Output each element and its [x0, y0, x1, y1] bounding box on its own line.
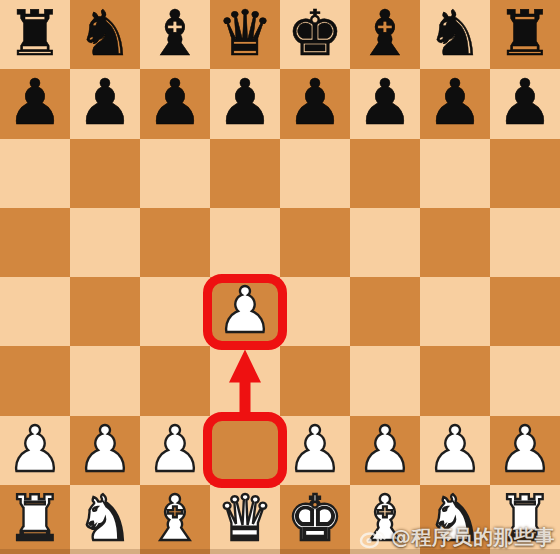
square-g2[interactable]: ♟: [420, 416, 490, 485]
square-g4[interactable]: [420, 277, 490, 346]
square-g5[interactable]: [420, 208, 490, 277]
square-a1[interactable]: ♜: [0, 485, 70, 554]
square-d5[interactable]: [210, 208, 280, 277]
square-f2[interactable]: ♟: [350, 416, 420, 485]
square-e6[interactable]: [280, 139, 350, 208]
square-h3[interactable]: [490, 346, 560, 415]
piece-wN-b1[interactable]: ♞: [77, 487, 133, 550]
piece-bP-g7[interactable]: ♟: [427, 71, 483, 134]
square-c7[interactable]: ♟: [140, 69, 210, 138]
piece-bP-d7[interactable]: ♟: [217, 71, 273, 134]
square-e1[interactable]: ♚: [280, 485, 350, 554]
square-d3[interactable]: [210, 346, 280, 415]
square-d6[interactable]: [210, 139, 280, 208]
square-c3[interactable]: [140, 346, 210, 415]
piece-bP-b7[interactable]: ♟: [77, 71, 133, 134]
square-d7[interactable]: ♟: [210, 69, 280, 138]
square-a2[interactable]: ♟: [0, 416, 70, 485]
square-f1[interactable]: ♝: [350, 485, 420, 554]
square-g8[interactable]: ♞: [420, 0, 490, 69]
square-e3[interactable]: [280, 346, 350, 415]
square-h6[interactable]: [490, 139, 560, 208]
square-a3[interactable]: [0, 346, 70, 415]
square-c4[interactable]: [140, 277, 210, 346]
piece-wP-f2[interactable]: ♟: [357, 418, 413, 481]
square-c1[interactable]: ♝: [140, 485, 210, 554]
square-e2[interactable]: ♟: [280, 416, 350, 485]
square-h5[interactable]: [490, 208, 560, 277]
square-d8[interactable]: ♛: [210, 0, 280, 69]
piece-wK-e1[interactable]: ♚: [287, 487, 343, 550]
square-h4[interactable]: [490, 277, 560, 346]
piece-bP-e7[interactable]: ♟: [287, 71, 343, 134]
piece-bP-h7[interactable]: ♟: [497, 71, 553, 134]
square-e4[interactable]: [280, 277, 350, 346]
square-a5[interactable]: [0, 208, 70, 277]
square-c8[interactable]: ♝: [140, 0, 210, 69]
piece-wP-g2[interactable]: ♟: [427, 418, 483, 481]
chess-board[interactable]: ♜♞♝♛♚♝♞♜♟♟♟♟♟♟♟♟♟♟♟♟♟♟♟♟♜♞♝♛♚♝♞♜: [0, 0, 560, 554]
piece-wN-g1[interactable]: ♞: [427, 487, 483, 550]
piece-bP-c7[interactable]: ♟: [147, 71, 203, 134]
chessboard-screenshot: ♜♞♝♛♚♝♞♜♟♟♟♟♟♟♟♟♟♟♟♟♟♟♟♟♜♞♝♛♚♝♞♜ @程序员的那些…: [0, 0, 560, 554]
square-b3[interactable]: [70, 346, 140, 415]
piece-bR-h8[interactable]: ♜: [497, 2, 553, 65]
piece-wB-c1[interactable]: ♝: [147, 487, 203, 550]
piece-bK-e8[interactable]: ♚: [287, 2, 343, 65]
square-e8[interactable]: ♚: [280, 0, 350, 69]
square-h7[interactable]: ♟: [490, 69, 560, 138]
square-c5[interactable]: [140, 208, 210, 277]
piece-bQ-d8[interactable]: ♛: [217, 2, 273, 65]
square-g3[interactable]: [420, 346, 490, 415]
square-a6[interactable]: [0, 139, 70, 208]
square-g7[interactable]: ♟: [420, 69, 490, 138]
square-b8[interactable]: ♞: [70, 0, 140, 69]
piece-wP-d4[interactable]: ♟: [217, 279, 273, 342]
piece-wP-b2[interactable]: ♟: [77, 418, 133, 481]
square-h1[interactable]: ♜: [490, 485, 560, 554]
square-h2[interactable]: ♟: [490, 416, 560, 485]
square-g6[interactable]: [420, 139, 490, 208]
piece-bP-a7[interactable]: ♟: [7, 71, 63, 134]
square-f5[interactable]: [350, 208, 420, 277]
piece-bR-a8[interactable]: ♜: [7, 2, 63, 65]
piece-wQ-d1[interactable]: ♛: [217, 487, 273, 550]
square-b1[interactable]: ♞: [70, 485, 140, 554]
square-b6[interactable]: [70, 139, 140, 208]
square-e7[interactable]: ♟: [280, 69, 350, 138]
square-f8[interactable]: ♝: [350, 0, 420, 69]
square-e5[interactable]: [280, 208, 350, 277]
piece-bP-f7[interactable]: ♟: [357, 71, 413, 134]
piece-wP-c2[interactable]: ♟: [147, 418, 203, 481]
square-g1[interactable]: ♞: [420, 485, 490, 554]
square-a4[interactable]: [0, 277, 70, 346]
piece-bB-c8[interactable]: ♝: [147, 2, 203, 65]
square-f6[interactable]: [350, 139, 420, 208]
piece-bN-g8[interactable]: ♞: [427, 2, 483, 65]
square-d1[interactable]: ♛: [210, 485, 280, 554]
piece-bB-f8[interactable]: ♝: [357, 2, 413, 65]
piece-wR-a1[interactable]: ♜: [7, 487, 63, 550]
square-d2[interactable]: [210, 416, 280, 485]
piece-wP-h2[interactable]: ♟: [497, 418, 553, 481]
square-b2[interactable]: ♟: [70, 416, 140, 485]
square-h8[interactable]: ♜: [490, 0, 560, 69]
square-b4[interactable]: [70, 277, 140, 346]
square-f4[interactable]: [350, 277, 420, 346]
square-b7[interactable]: ♟: [70, 69, 140, 138]
square-b5[interactable]: [70, 208, 140, 277]
square-a8[interactable]: ♜: [0, 0, 70, 69]
piece-wP-a2[interactable]: ♟: [7, 418, 63, 481]
piece-wR-h1[interactable]: ♜: [497, 487, 553, 550]
square-f3[interactable]: [350, 346, 420, 415]
square-d4[interactable]: ♟: [210, 277, 280, 346]
square-a7[interactable]: ♟: [0, 69, 70, 138]
square-c2[interactable]: ♟: [140, 416, 210, 485]
piece-wB-f1[interactable]: ♝: [357, 487, 413, 550]
piece-bN-b8[interactable]: ♞: [77, 2, 133, 65]
square-c6[interactable]: [140, 139, 210, 208]
piece-wP-e2[interactable]: ♟: [287, 418, 343, 481]
square-f7[interactable]: ♟: [350, 69, 420, 138]
